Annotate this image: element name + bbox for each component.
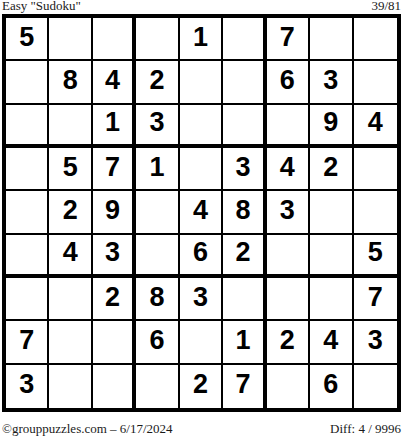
cell-r2c8[interactable]: 3 xyxy=(310,61,353,104)
cell-r2c1[interactable] xyxy=(6,61,49,104)
cell-r4c8[interactable]: 2 xyxy=(310,148,353,191)
cell-r4c2[interactable]: 5 xyxy=(49,148,92,191)
cell-r1c3[interactable] xyxy=(93,18,136,61)
cell-r9c9[interactable] xyxy=(354,365,397,408)
cell-r3c8[interactable]: 9 xyxy=(310,105,353,148)
cell-r6c2[interactable]: 4 xyxy=(49,235,92,278)
cell-r7c4[interactable]: 8 xyxy=(136,278,179,321)
cell-r6c1[interactable] xyxy=(6,235,49,278)
cell-r5c4[interactable] xyxy=(136,191,179,234)
cell-r9c2[interactable] xyxy=(49,365,92,408)
cell-r6c4[interactable] xyxy=(136,235,179,278)
cell-r5c3[interactable]: 9 xyxy=(93,191,136,234)
cell-r2c4[interactable]: 2 xyxy=(136,61,179,104)
cell-r9c5[interactable]: 2 xyxy=(180,365,223,408)
cell-r4c3[interactable]: 7 xyxy=(93,148,136,191)
cell-r2c9[interactable] xyxy=(354,61,397,104)
cell-r8c1[interactable]: 7 xyxy=(6,321,49,364)
cell-r9c8[interactable]: 6 xyxy=(310,365,353,408)
cell-r2c6[interactable] xyxy=(223,61,266,104)
cell-r7c6[interactable] xyxy=(223,278,266,321)
cell-r7c7[interactable] xyxy=(267,278,310,321)
cell-r9c7[interactable] xyxy=(267,365,310,408)
cell-r1c2[interactable] xyxy=(49,18,92,61)
cell-r5c5[interactable]: 4 xyxy=(180,191,223,234)
cell-r6c6[interactable]: 2 xyxy=(223,235,266,278)
cell-r6c8[interactable] xyxy=(310,235,353,278)
cell-r6c7[interactable] xyxy=(267,235,310,278)
cell-r2c7[interactable]: 6 xyxy=(267,61,310,104)
cell-r3c6[interactable] xyxy=(223,105,266,148)
cell-r7c3[interactable]: 2 xyxy=(93,278,136,321)
progress-counter: 39/81 xyxy=(371,0,401,13)
cell-r1c6[interactable] xyxy=(223,18,266,61)
cell-r3c3[interactable]: 1 xyxy=(93,105,136,148)
cell-r2c5[interactable] xyxy=(180,61,223,104)
cell-r1c1[interactable]: 5 xyxy=(6,18,49,61)
cell-r4c5[interactable] xyxy=(180,148,223,191)
cell-r3c1[interactable] xyxy=(6,105,49,148)
page-header: Easy "Sudoku" 39/81 xyxy=(2,0,401,13)
cell-r5c6[interactable]: 8 xyxy=(223,191,266,234)
puzzle-title: Easy "Sudoku" xyxy=(2,0,81,13)
cell-r5c1[interactable] xyxy=(6,191,49,234)
sudoku-board: 5178426313945713422948343625283776124332… xyxy=(2,14,401,412)
cell-r3c5[interactable] xyxy=(180,105,223,148)
cell-r7c9[interactable]: 7 xyxy=(354,278,397,321)
sudoku-page: { "game": "sudoku", "position": "5...1.7… xyxy=(0,0,403,437)
cell-r5c2[interactable]: 2 xyxy=(49,191,92,234)
cell-r4c4[interactable]: 1 xyxy=(136,148,179,191)
cell-r1c9[interactable] xyxy=(354,18,397,61)
page-footer: ©grouppuzzles.com – 6/17/2024 Diff: 4 / … xyxy=(2,421,401,436)
cell-r1c7[interactable]: 7 xyxy=(267,18,310,61)
cell-r8c3[interactable] xyxy=(93,321,136,364)
cell-r8c7[interactable]: 2 xyxy=(267,321,310,364)
cell-r1c8[interactable] xyxy=(310,18,353,61)
cell-r3c4[interactable]: 3 xyxy=(136,105,179,148)
cell-r7c1[interactable] xyxy=(6,278,49,321)
cell-r2c3[interactable]: 4 xyxy=(93,61,136,104)
cell-r8c2[interactable] xyxy=(49,321,92,364)
cell-r4c6[interactable]: 3 xyxy=(223,148,266,191)
cell-r4c7[interactable]: 4 xyxy=(267,148,310,191)
cell-r8c4[interactable]: 6 xyxy=(136,321,179,364)
cell-r7c2[interactable] xyxy=(49,278,92,321)
cell-r8c6[interactable]: 1 xyxy=(223,321,266,364)
cell-r7c8[interactable] xyxy=(310,278,353,321)
cell-r9c4[interactable] xyxy=(136,365,179,408)
cell-r3c7[interactable] xyxy=(267,105,310,148)
cell-r4c9[interactable] xyxy=(354,148,397,191)
cell-r3c2[interactable] xyxy=(49,105,92,148)
cell-r2c2[interactable]: 8 xyxy=(49,61,92,104)
cell-r4c1[interactable] xyxy=(6,148,49,191)
cell-r6c9[interactable]: 5 xyxy=(354,235,397,278)
copyright-text: ©grouppuzzles.com – 6/17/2024 xyxy=(2,421,173,436)
cell-r5c8[interactable] xyxy=(310,191,353,234)
cell-r9c1[interactable]: 3 xyxy=(6,365,49,408)
cell-r8c5[interactable] xyxy=(180,321,223,364)
cell-r8c9[interactable]: 3 xyxy=(354,321,397,364)
cell-r5c9[interactable] xyxy=(354,191,397,234)
difficulty-text: Diff: 4 / 9996 xyxy=(330,421,401,436)
cell-r9c6[interactable]: 7 xyxy=(223,365,266,408)
cell-r3c9[interactable]: 4 xyxy=(354,105,397,148)
cell-r1c5[interactable]: 1 xyxy=(180,18,223,61)
cell-r5c7[interactable]: 3 xyxy=(267,191,310,234)
cell-r6c3[interactable]: 3 xyxy=(93,235,136,278)
cell-r6c5[interactable]: 6 xyxy=(180,235,223,278)
cell-r7c5[interactable]: 3 xyxy=(180,278,223,321)
cell-r8c8[interactable]: 4 xyxy=(310,321,353,364)
cell-r1c4[interactable] xyxy=(136,18,179,61)
cell-r9c3[interactable] xyxy=(93,365,136,408)
